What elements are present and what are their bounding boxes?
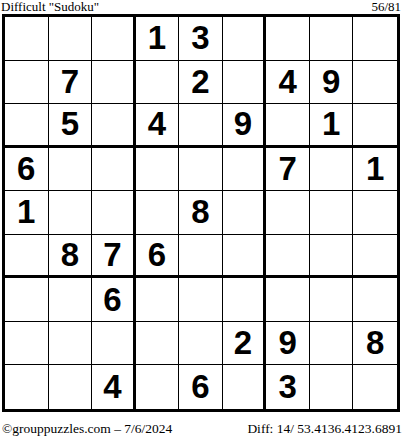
cell-r5c1: 1 bbox=[5, 191, 49, 235]
cell-r8c6: 2 bbox=[223, 322, 267, 366]
cell-r9c7: 3 bbox=[266, 365, 310, 409]
cell-r6c7 bbox=[266, 235, 310, 279]
cell-r5c4 bbox=[136, 191, 180, 235]
cell-r6c6 bbox=[223, 235, 267, 279]
copyright-text: ©grouppuzzles.com – 7/6/2024 bbox=[2, 420, 172, 437]
cell-r4c8 bbox=[310, 148, 354, 192]
cell-r7c1 bbox=[5, 278, 49, 322]
cell-r5c8 bbox=[310, 191, 354, 235]
cell-r3c5 bbox=[179, 104, 223, 148]
cell-r4c7: 7 bbox=[266, 148, 310, 192]
cell-r9c5: 6 bbox=[179, 365, 223, 409]
cell-r4c2 bbox=[49, 148, 93, 192]
cell-r9c9 bbox=[353, 365, 397, 409]
page-title: Difficult "Sudoku" bbox=[1, 0, 99, 13]
cell-r6c8 bbox=[310, 235, 354, 279]
cell-r9c4 bbox=[136, 365, 180, 409]
cell-r8c9: 8 bbox=[353, 322, 397, 366]
puzzle-page: Difficult "Sudoku" 56/81 137249549167118… bbox=[0, 0, 402, 437]
cell-r9c8 bbox=[310, 365, 354, 409]
cell-r3c8: 1 bbox=[310, 104, 354, 148]
cell-r5c7 bbox=[266, 191, 310, 235]
cell-r7c4 bbox=[136, 278, 180, 322]
cell-r1c3 bbox=[92, 17, 136, 61]
cell-r5c5: 8 bbox=[179, 191, 223, 235]
header: Difficult "Sudoku" 56/81 bbox=[1, 0, 401, 13]
cell-r2c5: 2 bbox=[179, 61, 223, 105]
cell-r1c1 bbox=[5, 17, 49, 61]
cell-r2c3 bbox=[92, 61, 136, 105]
cell-r6c3: 7 bbox=[92, 235, 136, 279]
cell-r6c2: 8 bbox=[49, 235, 93, 279]
cell-r2c7: 4 bbox=[266, 61, 310, 105]
cell-r5c3 bbox=[92, 191, 136, 235]
footer: ©grouppuzzles.com – 7/6/2024 Diff: 14/ 5… bbox=[2, 420, 402, 437]
cell-r4c1: 6 bbox=[5, 148, 49, 192]
cell-r1c8 bbox=[310, 17, 354, 61]
cell-r9c1 bbox=[5, 365, 49, 409]
cell-r8c1 bbox=[5, 322, 49, 366]
cell-r6c4: 6 bbox=[136, 235, 180, 279]
cell-r9c6 bbox=[223, 365, 267, 409]
cell-r7c8 bbox=[310, 278, 354, 322]
cell-r4c9: 1 bbox=[353, 148, 397, 192]
cell-r4c6 bbox=[223, 148, 267, 192]
cell-r6c9 bbox=[353, 235, 397, 279]
difficulty-text: Diff: 14/ 53.4136.4123.6891 bbox=[247, 420, 402, 437]
cell-r3c2: 5 bbox=[49, 104, 93, 148]
cell-r8c4 bbox=[136, 322, 180, 366]
cell-r6c1 bbox=[5, 235, 49, 279]
cell-r1c5: 3 bbox=[179, 17, 223, 61]
cell-r7c3: 6 bbox=[92, 278, 136, 322]
cell-r6c5 bbox=[179, 235, 223, 279]
cell-r5c2 bbox=[49, 191, 93, 235]
cell-r2c2: 7 bbox=[49, 61, 93, 105]
cell-r9c2 bbox=[49, 365, 93, 409]
cell-r8c2 bbox=[49, 322, 93, 366]
cell-r1c9 bbox=[353, 17, 397, 61]
cell-r7c6 bbox=[223, 278, 267, 322]
cell-r2c9 bbox=[353, 61, 397, 105]
cell-r3c6: 9 bbox=[223, 104, 267, 148]
cell-r2c6 bbox=[223, 61, 267, 105]
cell-r2c8: 9 bbox=[310, 61, 354, 105]
cell-r2c4 bbox=[136, 61, 180, 105]
cell-r2c1 bbox=[5, 61, 49, 105]
empty-cell-counter: 56/81 bbox=[371, 0, 401, 13]
cell-r7c2 bbox=[49, 278, 93, 322]
cell-r9c3: 4 bbox=[92, 365, 136, 409]
cell-r7c5 bbox=[179, 278, 223, 322]
cell-r7c7 bbox=[266, 278, 310, 322]
cell-r4c5 bbox=[179, 148, 223, 192]
cell-r4c3 bbox=[92, 148, 136, 192]
cell-r1c7 bbox=[266, 17, 310, 61]
cell-r5c6 bbox=[223, 191, 267, 235]
cell-r1c2 bbox=[49, 17, 93, 61]
cell-r3c3 bbox=[92, 104, 136, 148]
cell-r5c9 bbox=[353, 191, 397, 235]
cell-r7c9 bbox=[353, 278, 397, 322]
cell-r8c8 bbox=[310, 322, 354, 366]
cell-r3c7 bbox=[266, 104, 310, 148]
cell-r8c3 bbox=[92, 322, 136, 366]
cell-r1c6 bbox=[223, 17, 267, 61]
cell-r1c4: 1 bbox=[136, 17, 180, 61]
sudoku-board: 1372495491671188766298463 bbox=[2, 14, 400, 412]
cell-r3c1 bbox=[5, 104, 49, 148]
cell-r3c4: 4 bbox=[136, 104, 180, 148]
cell-r4c4 bbox=[136, 148, 180, 192]
cell-r8c7: 9 bbox=[266, 322, 310, 366]
cell-r8c5 bbox=[179, 322, 223, 366]
cell-r3c9 bbox=[353, 104, 397, 148]
